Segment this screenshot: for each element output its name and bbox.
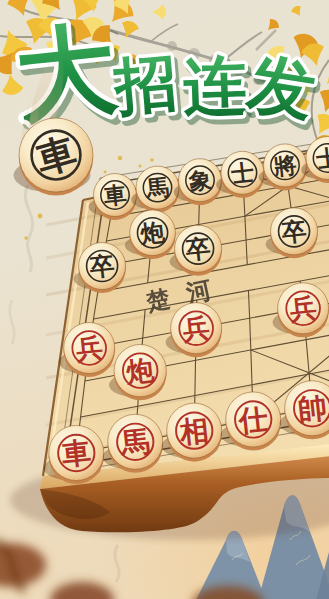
xiangqi-board: 楚 河 車馬象士將士炮卒卒卒兵兵兵炮車馬相仕帥 車: [0, 0, 329, 599]
promo-screen: 大 大 大 招 招 招 连 连 连 发 发 发: [0, 0, 329, 599]
piece-glyph-soldier: 卒: [279, 217, 308, 247]
piece-glyph-horse: 馬: [144, 175, 170, 202]
piece-black-general[interactable]: 將: [259, 144, 307, 191]
piece-glyph-cannon: 炮: [138, 219, 167, 248]
piece-glyph-soldier: 卒: [183, 234, 212, 264]
piece-glyph-advisor: 仕: [235, 402, 269, 437]
piece-black-horse[interactable]: 馬: [131, 166, 179, 213]
piece-glyph-chariot: 車: [59, 436, 92, 471]
piece-glyph-elephant: 象: [187, 167, 213, 194]
piece-glyph-advisor: 士: [229, 160, 255, 187]
piece-glyph-chariot: 車: [102, 182, 128, 209]
piece-glyph-cannon: 炮: [124, 355, 156, 388]
piece-glyph-general: 帥: [296, 391, 328, 426]
piece-glyph-elephant: 相: [177, 414, 210, 449]
decor-flying-piece: 車: [14, 52, 93, 195]
piece-glyph-horse: 馬: [118, 425, 151, 460]
piece-glyph-soldier: 兵: [287, 293, 318, 326]
piece-glyph-advisor: 士: [314, 145, 329, 172]
piece-glyph-general: 將: [272, 152, 298, 179]
piece-glyph-soldier: 兵: [73, 332, 104, 365]
piece-glyph-soldier: 卒: [87, 252, 116, 282]
piece-glyph-soldier: 兵: [180, 312, 211, 345]
piece-black-elephant[interactable]: 象: [174, 159, 222, 206]
piece-black-chariot[interactable]: 車: [89, 174, 137, 221]
